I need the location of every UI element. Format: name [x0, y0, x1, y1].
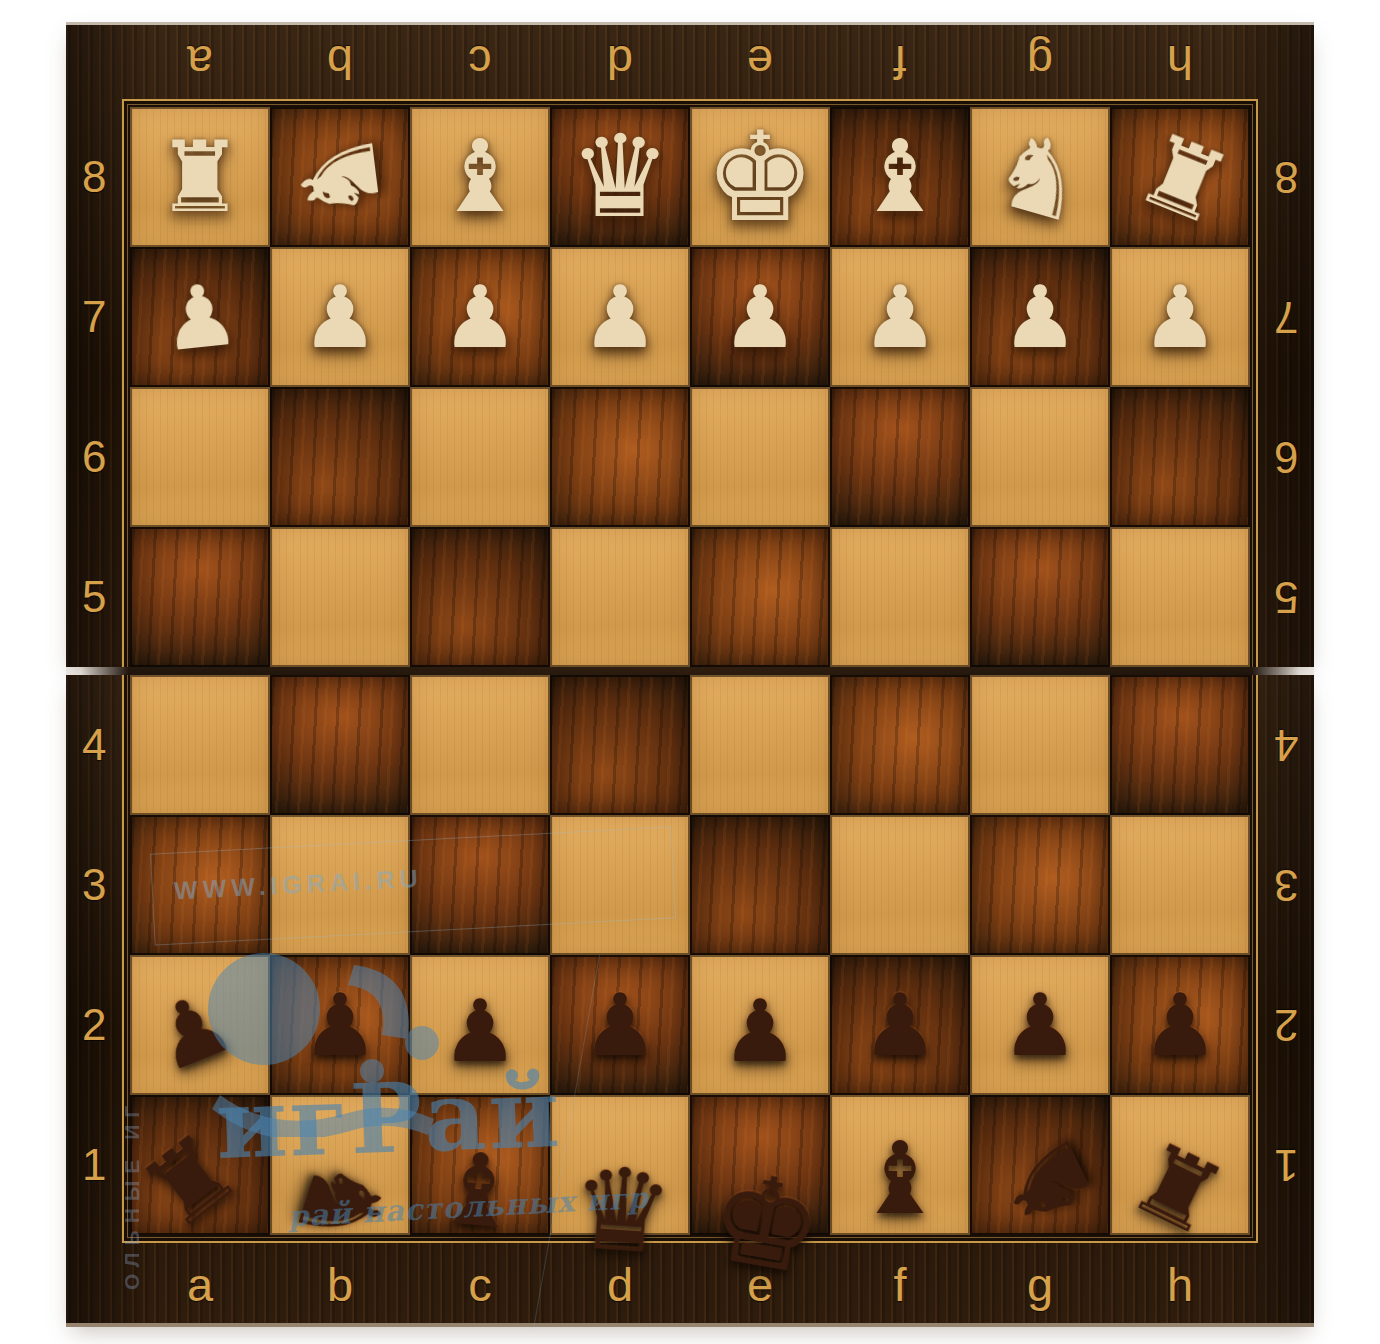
- file-label-bottom-f: f: [893, 1257, 906, 1312]
- square-d8[interactable]: ♛: [550, 107, 690, 247]
- square-d5[interactable]: [550, 527, 690, 667]
- white-pawn[interactable]: ♟: [441, 274, 518, 360]
- black-knight[interactable]: ♞: [278, 1145, 406, 1266]
- rank-label-right-4: 4: [1274, 720, 1298, 770]
- rank-label-right-2: 2: [1274, 1000, 1298, 1050]
- play-area-bottom: ♟♟♟♟♟♟♟♟♜♞♝♛♚♝♞♜: [122, 675, 1258, 1243]
- board-fold-hinge: [66, 667, 1314, 675]
- rank-label-right-3: 3: [1274, 860, 1298, 910]
- square-e1[interactable]: ♚: [690, 1095, 830, 1235]
- grid-ranks-4-to-1: ♟♟♟♟♟♟♟♟♜♞♝♛♚♝♞♜: [130, 675, 1250, 1235]
- file-label-bottom-b: b: [327, 1257, 353, 1312]
- square-a5[interactable]: [130, 527, 270, 667]
- square-g5[interactable]: [970, 527, 1110, 667]
- black-rook[interactable]: ♜: [1117, 1126, 1239, 1253]
- file-label-bottom-h: h: [1167, 1257, 1193, 1312]
- square-h4[interactable]: [1110, 675, 1250, 815]
- rank-label-left-8: 8: [82, 152, 106, 202]
- square-c2[interactable]: ♟: [410, 955, 550, 1095]
- file-label-top-f: f: [893, 35, 906, 90]
- file-label-top-g: g: [1027, 35, 1053, 90]
- white-bishop[interactable]: ♝: [855, 127, 945, 227]
- white-pawn[interactable]: ♟: [157, 270, 243, 364]
- black-pawn[interactable]: ♟: [1141, 982, 1218, 1068]
- white-rook[interactable]: ♜: [1125, 117, 1243, 241]
- square-d6[interactable]: [550, 387, 690, 527]
- square-f6[interactable]: [830, 387, 970, 527]
- square-g3[interactable]: [970, 815, 1110, 955]
- square-c3[interactable]: [410, 815, 550, 955]
- square-e2[interactable]: ♟: [690, 955, 830, 1095]
- square-h8[interactable]: ♜: [1110, 107, 1250, 247]
- square-d2[interactable]: ♟: [550, 955, 690, 1095]
- file-label-top-h: h: [1167, 35, 1193, 90]
- file-label-bottom-a: a: [187, 1257, 213, 1312]
- file-label-top-d: d: [607, 35, 633, 90]
- file-label-top-b: b: [327, 35, 353, 90]
- square-h6[interactable]: [1110, 387, 1250, 527]
- square-e6[interactable]: [690, 387, 830, 527]
- square-b7[interactable]: ♟: [270, 247, 410, 387]
- rank-label-right-1: 1: [1274, 1140, 1298, 1190]
- square-e7[interactable]: ♟: [690, 247, 830, 387]
- black-queen[interactable]: ♛: [567, 1151, 677, 1272]
- square-f5[interactable]: [830, 527, 970, 667]
- white-pawn[interactable]: ♟: [1141, 274, 1218, 360]
- board-bottom-half: ♟♟♟♟♟♟♟♟♜♞♝♛♚♝♞♜ abcdefgh44332211: [66, 675, 1314, 1327]
- rank-label-left-6: 6: [82, 432, 106, 482]
- black-pawn[interactable]: ♟: [861, 982, 938, 1068]
- square-f7[interactable]: ♟: [830, 247, 970, 387]
- square-f3[interactable]: [830, 815, 970, 955]
- square-g4[interactable]: [970, 675, 1110, 815]
- square-b8[interactable]: ♞: [270, 107, 410, 247]
- square-e3[interactable]: [690, 815, 830, 955]
- square-b5[interactable]: [270, 527, 410, 667]
- square-c1[interactable]: ♝: [410, 1095, 550, 1235]
- chess-board: ♜♞♝♛♚♝♞♜♟♟♟♟♟♟♟♟ abcdefgh88776655 ♟♟♟♟♟♟…: [66, 22, 1314, 1320]
- file-label-top-e: e: [747, 35, 773, 90]
- white-knight[interactable]: ♞: [283, 124, 398, 229]
- white-rook[interactable]: ♜: [156, 128, 244, 226]
- rank-label-left-7: 7: [82, 292, 106, 342]
- square-d4[interactable]: [550, 675, 690, 815]
- black-pawn[interactable]: ♟: [441, 988, 518, 1074]
- play-area-top: ♜♞♝♛♚♝♞♜♟♟♟♟♟♟♟♟: [122, 99, 1258, 667]
- black-pawn[interactable]: ♟: [301, 982, 378, 1068]
- square-g1[interactable]: ♞: [970, 1095, 1110, 1235]
- square-b4[interactable]: [270, 675, 410, 815]
- file-label-bottom-c: c: [468, 1257, 492, 1312]
- rank-label-right-5: 5: [1274, 572, 1298, 622]
- square-f8[interactable]: ♝: [830, 107, 970, 247]
- white-queen[interactable]: ♛: [569, 120, 671, 234]
- square-f4[interactable]: [830, 675, 970, 815]
- file-label-top-c: c: [468, 35, 492, 90]
- black-pawn[interactable]: ♟: [140, 977, 244, 1086]
- white-knight[interactable]: ♞: [981, 114, 1099, 240]
- white-bishop[interactable]: ♝: [435, 127, 525, 227]
- rank-label-left-2: 2: [82, 1000, 106, 1050]
- square-e5[interactable]: [690, 527, 830, 667]
- square-f2[interactable]: ♟: [830, 955, 970, 1095]
- square-g8[interactable]: ♞: [970, 107, 1110, 247]
- square-a1[interactable]: ♜: [130, 1095, 270, 1235]
- rank-label-left-3: 3: [82, 860, 106, 910]
- square-g2[interactable]: ♟: [970, 955, 1110, 1095]
- square-h2[interactable]: ♟: [1110, 955, 1250, 1095]
- square-g6[interactable]: [970, 387, 1110, 527]
- board-top-half: ♜♞♝♛♚♝♞♜♟♟♟♟♟♟♟♟ abcdefgh88776655: [66, 22, 1314, 667]
- square-c4[interactable]: [410, 675, 550, 815]
- square-e4[interactable]: [690, 675, 830, 815]
- black-bishop[interactable]: ♝: [429, 1137, 527, 1244]
- square-a2[interactable]: ♟: [130, 955, 270, 1095]
- white-pawn[interactable]: ♟: [581, 274, 658, 360]
- square-e8[interactable]: ♚: [690, 107, 830, 247]
- square-a3[interactable]: [130, 815, 270, 955]
- black-pawn[interactable]: ♟: [1001, 982, 1078, 1068]
- photo-stage: ♜♞♝♛♚♝♞♜♟♟♟♟♟♟♟♟ abcdefgh88776655 ♟♟♟♟♟♟…: [0, 0, 1380, 1344]
- square-b6[interactable]: [270, 387, 410, 527]
- square-b2[interactable]: ♟: [270, 955, 410, 1095]
- black-pawn[interactable]: ♟: [581, 982, 658, 1068]
- square-h3[interactable]: [1110, 815, 1250, 955]
- white-pawn[interactable]: ♟: [301, 274, 378, 360]
- square-f1[interactable]: ♝: [830, 1095, 970, 1235]
- square-b1[interactable]: ♞: [270, 1095, 410, 1235]
- square-a8[interactable]: ♜: [130, 107, 270, 247]
- square-c5[interactable]: [410, 527, 550, 667]
- white-king[interactable]: ♚: [704, 115, 815, 239]
- rank-label-right-7: 7: [1274, 292, 1298, 342]
- square-d1[interactable]: ♛: [550, 1095, 690, 1235]
- black-rook[interactable]: ♜: [125, 1115, 255, 1246]
- black-bishop[interactable]: ♝: [855, 1129, 945, 1229]
- rank-label-left-1: 1: [82, 1140, 106, 1190]
- grid-ranks-8-to-5: ♜♞♝♛♚♝♞♜♟♟♟♟♟♟♟♟: [130, 107, 1250, 667]
- black-pawn[interactable]: ♟: [721, 988, 798, 1074]
- rank-label-left-5: 5: [82, 572, 106, 622]
- square-d7[interactable]: ♟: [550, 247, 690, 387]
- square-a4[interactable]: [130, 675, 270, 815]
- white-pawn[interactable]: ♟: [1001, 274, 1078, 360]
- square-b3[interactable]: [270, 815, 410, 955]
- square-g7[interactable]: ♟: [970, 247, 1110, 387]
- square-c6[interactable]: [410, 387, 550, 527]
- square-c7[interactable]: ♟: [410, 247, 550, 387]
- rank-label-right-8: 8: [1274, 152, 1298, 202]
- square-d3[interactable]: [550, 815, 690, 955]
- file-label-bottom-g: g: [1027, 1257, 1053, 1312]
- square-h5[interactable]: [1110, 527, 1250, 667]
- square-a6[interactable]: [130, 387, 270, 527]
- black-king[interactable]: ♚: [700, 1152, 831, 1293]
- white-pawn[interactable]: ♟: [861, 274, 938, 360]
- black-knight[interactable]: ♞: [981, 1118, 1115, 1247]
- rank-label-right-6: 6: [1274, 432, 1298, 482]
- white-pawn[interactable]: ♟: [721, 274, 798, 360]
- rank-label-left-4: 4: [82, 720, 106, 770]
- file-label-top-a: a: [187, 35, 213, 90]
- square-h1[interactable]: ♜: [1110, 1095, 1250, 1235]
- square-c8[interactable]: ♝: [410, 107, 550, 247]
- square-h7[interactable]: ♟: [1110, 247, 1250, 387]
- square-a7[interactable]: ♟: [130, 247, 270, 387]
